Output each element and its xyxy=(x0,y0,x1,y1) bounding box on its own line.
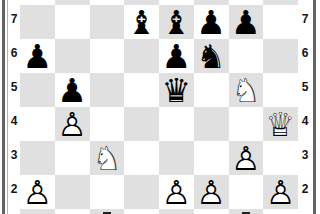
square-d3[interactable] xyxy=(124,141,159,175)
white-pawn-fill-icon: ♟ xyxy=(159,175,194,209)
square-b4[interactable]: ♟♙ xyxy=(55,107,90,141)
square-g2[interactable] xyxy=(229,175,264,209)
square-h4[interactable]: ♛♕ xyxy=(263,107,298,141)
black-knight-icon: ♞ xyxy=(194,39,229,73)
square-c6[interactable] xyxy=(90,39,125,73)
square-g1 xyxy=(229,209,264,214)
white-pawn-icon: ♙ xyxy=(194,175,229,209)
square-f5[interactable] xyxy=(194,73,229,107)
black-pawn-piece-b5: ♟ xyxy=(55,73,90,107)
square-h3[interactable] xyxy=(263,141,298,175)
square-c2[interactable] xyxy=(90,175,125,209)
right-outer-border xyxy=(313,0,316,214)
square-f4[interactable] xyxy=(194,107,229,141)
black-pawn-piece-e6: ♟ xyxy=(159,39,194,73)
square-e1 xyxy=(159,209,194,214)
rank-label-right-2: 2 xyxy=(299,172,311,206)
square-b2[interactable] xyxy=(55,175,90,209)
square-c7[interactable] xyxy=(90,5,125,39)
black-bishop-icon: ♝ xyxy=(124,5,159,39)
square-a5[interactable] xyxy=(20,73,55,107)
square-a4[interactable] xyxy=(20,107,55,141)
square-g3[interactable]: ♟♙ xyxy=(229,141,264,175)
rank-label-right-7: 7 xyxy=(299,2,311,36)
black-pawn-icon: ♟ xyxy=(20,39,55,73)
cropped-piece-top-g1 xyxy=(242,212,250,214)
white-queen-fill-icon: ♛ xyxy=(263,107,298,141)
square-c5[interactable] xyxy=(90,73,125,107)
square-g4[interactable] xyxy=(229,107,264,141)
square-b5[interactable]: ♟ xyxy=(55,73,90,107)
white-pawn-icon: ♙ xyxy=(159,175,194,209)
square-b1 xyxy=(55,209,90,214)
rank-label-right-5: 5 xyxy=(299,70,311,104)
black-knight-piece-f6: ♞ xyxy=(194,39,229,73)
square-e2[interactable]: ♟♙ xyxy=(159,175,194,209)
black-bishop-icon: ♝ xyxy=(159,5,194,39)
square-a1 xyxy=(20,209,55,214)
square-b3[interactable] xyxy=(55,141,90,175)
square-d6[interactable] xyxy=(124,39,159,73)
square-a2[interactable]: ♟♙ xyxy=(20,175,55,209)
white-queen-piece-h4: ♛♕ xyxy=(263,107,298,141)
cropped-piece-top-c1 xyxy=(103,212,111,214)
rank-label-right-3: 3 xyxy=(299,138,311,172)
square-e7[interactable]: ♝ xyxy=(159,5,194,39)
black-bishop-piece-e7: ♝ xyxy=(159,5,194,39)
white-pawn-fill-icon: ♟ xyxy=(263,175,298,209)
rank-labels-left: 765432 xyxy=(8,2,20,206)
square-e3[interactable] xyxy=(159,141,194,175)
black-pawn-icon: ♟ xyxy=(194,5,229,39)
square-a6[interactable]: ♟ xyxy=(20,39,55,73)
chess-diagram: 765432 ♝♝♟♟♟♟♞♟♛♞♘♟♙♛♕♞♘♟♙♟♙♟♙♟♙♟♙ 76543… xyxy=(0,0,320,214)
square-b6[interactable] xyxy=(55,39,90,73)
square-f1 xyxy=(194,209,229,214)
white-pawn-piece-f2: ♟♙ xyxy=(194,175,229,209)
white-pawn-fill-icon: ♟ xyxy=(55,107,90,141)
square-g5[interactable]: ♞♘ xyxy=(229,73,264,107)
square-c4[interactable] xyxy=(90,107,125,141)
black-queen-icon: ♛ xyxy=(159,73,194,107)
rank-label-left-6: 6 xyxy=(8,36,20,70)
square-d1 xyxy=(124,209,159,214)
white-knight-icon: ♘ xyxy=(229,73,264,107)
square-c3[interactable]: ♞♘ xyxy=(90,141,125,175)
square-h1 xyxy=(263,209,298,214)
square-a3[interactable] xyxy=(20,141,55,175)
rank-labels-right: 765432 xyxy=(299,2,311,206)
rank-label-right-6: 6 xyxy=(299,36,311,70)
black-pawn-piece-a6: ♟ xyxy=(20,39,55,73)
white-pawn-fill-icon: ♟ xyxy=(229,141,264,175)
square-g7[interactable]: ♟ xyxy=(229,5,264,39)
black-pawn-icon: ♟ xyxy=(229,5,264,39)
rank-label-left-2: 2 xyxy=(8,172,20,206)
square-e4[interactable] xyxy=(159,107,194,141)
square-d7[interactable]: ♝ xyxy=(124,5,159,39)
white-knight-piece-g5: ♞♘ xyxy=(229,73,264,107)
white-pawn-fill-icon: ♟ xyxy=(20,175,55,209)
rank-label-right-4: 4 xyxy=(299,104,311,138)
square-f7[interactable]: ♟ xyxy=(194,5,229,39)
white-pawn-piece-b4: ♟♙ xyxy=(55,107,90,141)
square-f2[interactable]: ♟♙ xyxy=(194,175,229,209)
black-pawn-piece-f7: ♟ xyxy=(194,5,229,39)
left-outer-border xyxy=(2,0,5,214)
square-d2[interactable] xyxy=(124,175,159,209)
white-pawn-piece-g3: ♟♙ xyxy=(229,141,264,175)
square-e5[interactable]: ♛ xyxy=(159,73,194,107)
black-pawn-piece-g7: ♟ xyxy=(229,5,264,39)
white-queen-icon: ♕ xyxy=(263,107,298,141)
chess-board: ♝♝♟♟♟♟♞♟♛♞♘♟♙♛♕♞♘♟♙♟♙♟♙♟♙♟♙ xyxy=(20,0,298,214)
black-queen-piece-e5: ♛ xyxy=(159,73,194,107)
square-h6[interactable] xyxy=(263,39,298,73)
black-pawn-icon: ♟ xyxy=(55,73,90,107)
square-a7[interactable] xyxy=(20,5,55,39)
white-knight-icon: ♘ xyxy=(90,141,125,175)
white-pawn-piece-e2: ♟♙ xyxy=(159,175,194,209)
square-h7[interactable] xyxy=(263,5,298,39)
square-f3[interactable] xyxy=(194,141,229,175)
square-c1 xyxy=(90,209,125,214)
rank-label-left-3: 3 xyxy=(8,138,20,172)
black-bishop-piece-d7: ♝ xyxy=(124,5,159,39)
white-pawn-fill-icon: ♟ xyxy=(194,175,229,209)
square-g6[interactable] xyxy=(229,39,264,73)
square-b7[interactable] xyxy=(55,5,90,39)
white-pawn-icon: ♙ xyxy=(20,175,55,209)
white-pawn-piece-a2: ♟♙ xyxy=(20,175,55,209)
white-pawn-icon: ♙ xyxy=(263,175,298,209)
white-knight-piece-c3: ♞♘ xyxy=(90,141,125,175)
rank-label-left-5: 5 xyxy=(8,70,20,104)
white-knight-fill-icon: ♞ xyxy=(90,141,125,175)
rank-label-left-4: 4 xyxy=(8,104,20,138)
square-h2[interactable]: ♟♙ xyxy=(263,175,298,209)
black-pawn-icon: ♟ xyxy=(159,39,194,73)
white-pawn-icon: ♙ xyxy=(229,141,264,175)
white-knight-fill-icon: ♞ xyxy=(229,73,264,107)
white-pawn-icon: ♙ xyxy=(55,107,90,141)
rank-label-left-7: 7 xyxy=(8,2,20,36)
white-pawn-piece-h2: ♟♙ xyxy=(263,175,298,209)
square-h5[interactable] xyxy=(263,73,298,107)
square-e6[interactable]: ♟ xyxy=(159,39,194,73)
square-f6[interactable]: ♞ xyxy=(194,39,229,73)
square-d5[interactable] xyxy=(124,73,159,107)
square-d4[interactable] xyxy=(124,107,159,141)
